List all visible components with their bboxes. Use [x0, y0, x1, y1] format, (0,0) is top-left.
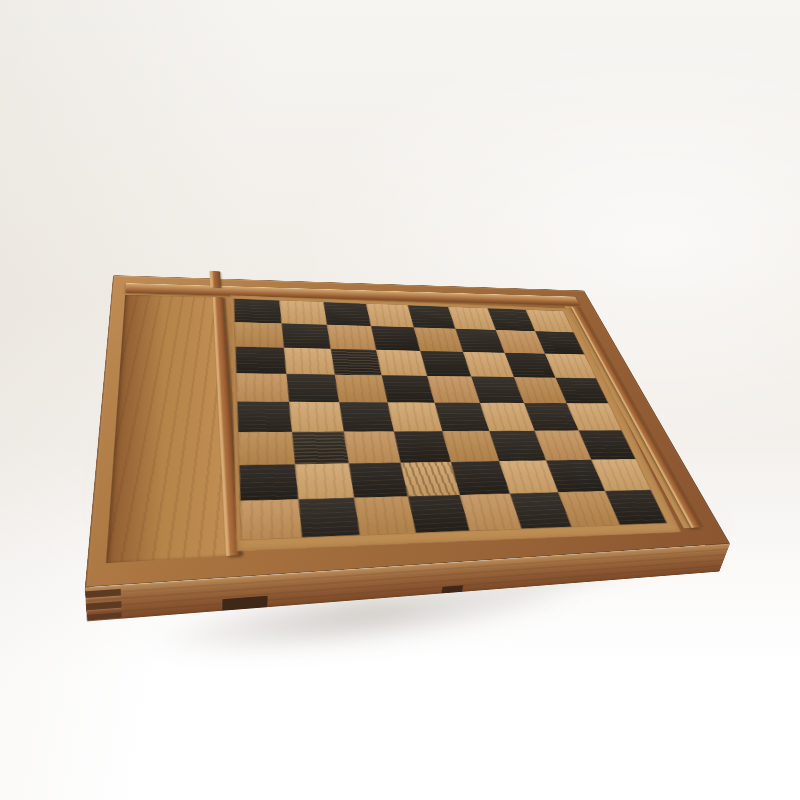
- tray-top-surface: [85, 275, 730, 587]
- square: [579, 430, 636, 459]
- square: [408, 495, 470, 533]
- square: [382, 375, 435, 402]
- checkerboard-grid: [234, 299, 666, 540]
- square: [546, 460, 605, 493]
- latch-notch: [441, 585, 463, 593]
- tray-floor: [106, 295, 226, 563]
- square: [286, 374, 339, 402]
- photo-backdrop: Vintage wooden checkers and chess game b…: [0, 0, 800, 800]
- square: [289, 402, 344, 432]
- square: [339, 402, 394, 432]
- square: [344, 431, 401, 463]
- square: [366, 304, 414, 328]
- square: [371, 326, 420, 351]
- latch-notch: [222, 596, 268, 611]
- square: [605, 490, 666, 525]
- checkerboard-panel: [230, 295, 681, 551]
- square: [279, 300, 327, 324]
- square: [298, 498, 360, 537]
- square: [282, 323, 331, 348]
- square: [401, 462, 460, 496]
- game-board-tray: [85, 275, 730, 587]
- left-runner-horn: [209, 271, 221, 288]
- photo-scene: [0, 0, 800, 800]
- square: [591, 459, 650, 491]
- square: [284, 348, 335, 375]
- square: [558, 491, 619, 527]
- square: [499, 460, 558, 493]
- square: [236, 347, 287, 374]
- square: [241, 499, 303, 539]
- square: [323, 302, 371, 326]
- square: [376, 350, 427, 376]
- square: [354, 496, 416, 535]
- square: [331, 349, 382, 375]
- square: [239, 464, 298, 501]
- square: [234, 299, 281, 324]
- square: [295, 463, 354, 499]
- square: [510, 492, 572, 528]
- square: [237, 373, 290, 402]
- finger-joint: [87, 612, 122, 620]
- square: [388, 402, 443, 431]
- square: [460, 494, 522, 531]
- square: [235, 322, 284, 348]
- square: [238, 432, 295, 465]
- well-contents: [106, 295, 704, 563]
- tray-well: [106, 283, 704, 563]
- square: [292, 432, 349, 465]
- finger-joint: [86, 601, 122, 610]
- finger-joint: [85, 589, 121, 598]
- square: [237, 402, 292, 433]
- square: [451, 461, 510, 495]
- square: [394, 431, 451, 462]
- square: [335, 375, 388, 403]
- square: [327, 325, 376, 350]
- square: [349, 463, 408, 498]
- square: [442, 431, 499, 462]
